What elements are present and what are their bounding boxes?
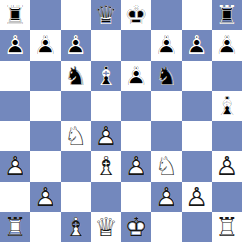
white-rook[interactable]: ♜♖ bbox=[0, 212, 30, 242]
white-pawn[interactable]: ♟♙ bbox=[212, 151, 242, 181]
pawn-glyph-outline: ♙ bbox=[151, 30, 181, 60]
rook-glyph-outline: ♖ bbox=[212, 212, 242, 242]
square-a8[interactable]: ♜♖ bbox=[0, 0, 30, 30]
black-pawn[interactable]: ♟♙ bbox=[212, 30, 242, 60]
white-knight[interactable]: ♞♘ bbox=[151, 151, 181, 181]
black-king[interactable]: ♚♔ bbox=[121, 0, 151, 30]
square-e1[interactable]: ♚♔ bbox=[121, 212, 151, 242]
square-f5[interactable] bbox=[151, 91, 181, 121]
pawn-glyph-outline: ♙ bbox=[151, 182, 181, 212]
white-pawn[interactable]: ♟♙ bbox=[30, 182, 60, 212]
black-pawn[interactable]: ♟♙ bbox=[151, 30, 181, 60]
square-e4[interactable] bbox=[121, 121, 151, 151]
square-b3[interactable] bbox=[30, 151, 60, 181]
square-g3[interactable] bbox=[182, 151, 212, 181]
bishop-glyph-outline: ♗ bbox=[91, 61, 121, 91]
king-glyph-outline: ♔ bbox=[121, 212, 151, 242]
rook-glyph-outline: ♖ bbox=[212, 0, 242, 30]
black-pawn[interactable]: ♟♙ bbox=[0, 30, 30, 60]
square-e8[interactable]: ♚♔ bbox=[121, 0, 151, 30]
knight-glyph-outline: ♘ bbox=[151, 151, 181, 181]
square-g4[interactable] bbox=[182, 121, 212, 151]
white-pawn[interactable]: ♟♙ bbox=[121, 151, 151, 181]
white-bishop[interactable]: ♝♗ bbox=[91, 151, 121, 181]
bishop-glyph-outline: ♗ bbox=[61, 212, 91, 242]
square-c2[interactable] bbox=[61, 182, 91, 212]
square-a2[interactable] bbox=[0, 182, 30, 212]
white-pawn[interactable]: ♟♙ bbox=[91, 121, 121, 151]
square-g7[interactable]: ♟♙ bbox=[182, 30, 212, 60]
pawn-glyph-outline: ♙ bbox=[182, 30, 212, 60]
square-b4[interactable] bbox=[30, 121, 60, 151]
black-pawn[interactable]: ♟♙ bbox=[30, 30, 60, 60]
square-b6[interactable] bbox=[30, 61, 60, 91]
bishop-glyph-outline: ♗ bbox=[212, 91, 242, 121]
square-a7[interactable]: ♟♙ bbox=[0, 30, 30, 60]
black-bishop[interactable]: ♝♗ bbox=[212, 91, 242, 121]
square-g1[interactable] bbox=[182, 212, 212, 242]
queen-glyph-outline: ♕ bbox=[91, 0, 121, 30]
square-d4[interactable]: ♟♙ bbox=[91, 121, 121, 151]
queen-glyph-outline: ♕ bbox=[91, 212, 121, 242]
square-d2[interactable] bbox=[91, 182, 121, 212]
knight-glyph-outline: ♘ bbox=[61, 121, 91, 151]
pawn-glyph-outline: ♙ bbox=[0, 30, 30, 60]
square-c6[interactable]: ♞♘ bbox=[61, 61, 91, 91]
square-a6[interactable] bbox=[0, 61, 30, 91]
square-f1[interactable] bbox=[151, 212, 181, 242]
square-g2[interactable]: ♟♙ bbox=[182, 182, 212, 212]
white-pawn[interactable]: ♟♙ bbox=[182, 182, 212, 212]
white-rook[interactable]: ♜♖ bbox=[212, 212, 242, 242]
pawn-glyph-outline: ♙ bbox=[182, 182, 212, 212]
chess-board: ♜♖♛♕♚♔♜♖♟♙♟♙♟♙♟♙♟♙♟♙♞♘♝♗♟♙♞♘♝♗♞♘♟♙♟♙♝♗♟♙… bbox=[0, 0, 242, 242]
square-e6[interactable]: ♟♙ bbox=[121, 61, 151, 91]
square-a5[interactable] bbox=[0, 91, 30, 121]
square-a1[interactable]: ♜♖ bbox=[0, 212, 30, 242]
pawn-glyph-outline: ♙ bbox=[30, 30, 60, 60]
square-c1[interactable]: ♝♗ bbox=[61, 212, 91, 242]
square-h6[interactable] bbox=[212, 61, 242, 91]
white-pawn[interactable]: ♟♙ bbox=[0, 151, 30, 181]
knight-glyph-outline: ♘ bbox=[151, 61, 181, 91]
black-rook[interactable]: ♜♖ bbox=[0, 0, 30, 30]
square-f4[interactable] bbox=[151, 121, 181, 151]
black-pawn[interactable]: ♟♙ bbox=[121, 61, 151, 91]
pawn-glyph-outline: ♙ bbox=[121, 61, 151, 91]
square-c8[interactable] bbox=[61, 0, 91, 30]
knight-glyph-outline: ♘ bbox=[61, 61, 91, 91]
square-g8[interactable] bbox=[182, 0, 212, 30]
black-queen[interactable]: ♛♕ bbox=[91, 0, 121, 30]
square-b5[interactable] bbox=[30, 91, 60, 121]
square-e5[interactable] bbox=[121, 91, 151, 121]
square-h2[interactable] bbox=[212, 182, 242, 212]
square-e3[interactable]: ♟♙ bbox=[121, 151, 151, 181]
square-b8[interactable] bbox=[30, 0, 60, 30]
black-bishop[interactable]: ♝♗ bbox=[91, 61, 121, 91]
rook-glyph-outline: ♖ bbox=[0, 0, 30, 30]
square-h7[interactable]: ♟♙ bbox=[212, 30, 242, 60]
square-d5[interactable] bbox=[91, 91, 121, 121]
square-b2[interactable]: ♟♙ bbox=[30, 182, 60, 212]
pawn-glyph-outline: ♙ bbox=[212, 151, 242, 181]
pawn-glyph-outline: ♙ bbox=[61, 30, 91, 60]
square-e7[interactable] bbox=[121, 30, 151, 60]
square-a4[interactable] bbox=[0, 121, 30, 151]
square-d1[interactable]: ♛♕ bbox=[91, 212, 121, 242]
square-d7[interactable] bbox=[91, 30, 121, 60]
white-pawn[interactable]: ♟♙ bbox=[151, 182, 181, 212]
king-glyph-outline: ♔ bbox=[121, 0, 151, 30]
square-d3[interactable]: ♝♗ bbox=[91, 151, 121, 181]
square-d8[interactable]: ♛♕ bbox=[91, 0, 121, 30]
pawn-glyph-outline: ♙ bbox=[212, 30, 242, 60]
square-d6[interactable]: ♝♗ bbox=[91, 61, 121, 91]
square-f6[interactable]: ♞♘ bbox=[151, 61, 181, 91]
bishop-glyph-outline: ♗ bbox=[91, 151, 121, 181]
square-h5[interactable]: ♝♗ bbox=[212, 91, 242, 121]
square-g5[interactable] bbox=[182, 91, 212, 121]
black-knight[interactable]: ♞♘ bbox=[151, 61, 181, 91]
pawn-glyph-outline: ♙ bbox=[121, 151, 151, 181]
pawn-glyph-outline: ♙ bbox=[30, 182, 60, 212]
pawn-glyph-outline: ♙ bbox=[0, 151, 30, 181]
square-e2[interactable] bbox=[121, 182, 151, 212]
white-bishop[interactable]: ♝♗ bbox=[61, 212, 91, 242]
square-b7[interactable]: ♟♙ bbox=[30, 30, 60, 60]
square-f2[interactable]: ♟♙ bbox=[151, 182, 181, 212]
square-c3[interactable] bbox=[61, 151, 91, 181]
square-f7[interactable]: ♟♙ bbox=[151, 30, 181, 60]
square-a3[interactable]: ♟♙ bbox=[0, 151, 30, 181]
black-rook[interactable]: ♜♖ bbox=[212, 0, 242, 30]
rook-glyph-outline: ♖ bbox=[0, 212, 30, 242]
white-king[interactable]: ♚♔ bbox=[121, 212, 151, 242]
square-c5[interactable] bbox=[61, 91, 91, 121]
square-h1[interactable]: ♜♖ bbox=[212, 212, 242, 242]
black-pawn[interactable]: ♟♙ bbox=[61, 30, 91, 60]
square-c7[interactable]: ♟♙ bbox=[61, 30, 91, 60]
square-f3[interactable]: ♞♘ bbox=[151, 151, 181, 181]
square-g6[interactable] bbox=[182, 61, 212, 91]
square-b1[interactable] bbox=[30, 212, 60, 242]
white-queen[interactable]: ♛♕ bbox=[91, 212, 121, 242]
square-c4[interactable]: ♞♘ bbox=[61, 121, 91, 151]
black-knight[interactable]: ♞♘ bbox=[61, 61, 91, 91]
square-h3[interactable]: ♟♙ bbox=[212, 151, 242, 181]
white-knight[interactable]: ♞♘ bbox=[61, 121, 91, 151]
square-h4[interactable] bbox=[212, 121, 242, 151]
square-h8[interactable]: ♜♖ bbox=[212, 0, 242, 30]
square-f8[interactable] bbox=[151, 0, 181, 30]
pawn-glyph-outline: ♙ bbox=[91, 121, 121, 151]
black-pawn[interactable]: ♟♙ bbox=[182, 30, 212, 60]
